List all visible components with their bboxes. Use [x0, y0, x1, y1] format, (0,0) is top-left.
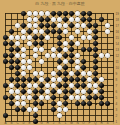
column-coordinate-label: C — [16, 122, 18, 125]
hoshi-point — [95, 103, 97, 105]
column-coordinate-label: O — [82, 122, 84, 125]
row-coordinate-label: 6 — [116, 90, 118, 93]
row-coordinate-label: 16 — [116, 30, 119, 33]
row-coordinate-label: 18 — [116, 18, 119, 21]
column-coordinate-label: K — [58, 122, 60, 125]
row-coordinate-label: 2 — [116, 114, 118, 117]
column-coordinate-label: M — [70, 122, 73, 125]
column-coordinate-label: R — [100, 122, 102, 125]
row-coordinate-label: 15 — [116, 36, 119, 39]
column-coordinate-label: B — [10, 122, 12, 125]
row-coordinate-label: 13 — [116, 48, 119, 51]
column-coordinate-label: A — [4, 122, 6, 125]
column-coordinate-label: S — [106, 122, 108, 125]
game-info-caption: 白 九段 · 黑 九段 · 白中盘胜 — [0, 1, 120, 6]
column-coordinate-label: G — [40, 122, 42, 125]
row-coordinate-label: 10 — [116, 66, 119, 69]
row-coordinate-label: 5 — [116, 96, 118, 99]
row-coordinate-label: 8 — [116, 78, 118, 81]
row-coordinate-label: 7 — [116, 84, 118, 87]
black-stone — [33, 119, 38, 124]
column-coordinate-label: H — [46, 122, 48, 125]
row-coordinate-label: 11 — [116, 60, 119, 63]
column-coordinate-label: N — [76, 122, 78, 125]
column-coordinate-label: P — [88, 122, 90, 125]
column-coordinate-label: L — [65, 122, 67, 125]
row-coordinate-label: 17 — [116, 24, 119, 27]
column-coordinate-label: Q — [94, 122, 96, 125]
row-coordinate-label: 14 — [116, 42, 119, 45]
row-coordinate-label: 3 — [116, 108, 118, 111]
row-coordinate-label: 1 — [116, 120, 118, 123]
column-coordinate-label: T — [113, 122, 115, 125]
column-coordinate-label: E — [28, 122, 30, 125]
column-coordinate-label: D — [22, 122, 24, 125]
row-coordinate-label: 4 — [116, 102, 118, 105]
row-coordinate-label: 12 — [116, 54, 119, 57]
row-coordinate-label: 19 — [116, 12, 119, 15]
column-coordinate-label: J — [53, 122, 55, 125]
go-game-screenshot: 白 九段 · 黑 九段 · 白中盘胜 ABCDEFGHJKLMNOPQRST19… — [0, 0, 120, 125]
row-coordinate-label: 9 — [116, 72, 118, 75]
